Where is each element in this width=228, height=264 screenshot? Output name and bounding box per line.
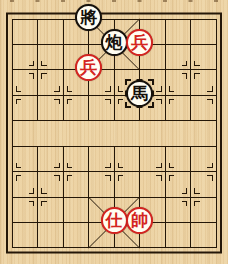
xiangqi-board[interactable]: 將炮兵兵馬仕帥 xyxy=(0,0,228,264)
piece-black-horse[interactable]: 馬 xyxy=(126,80,153,107)
piece-black-general[interactable]: 將 xyxy=(75,4,102,31)
piece-red-soldier[interactable]: 兵 xyxy=(126,29,153,56)
piece-black-cannon[interactable]: 炮 xyxy=(101,29,128,56)
piece-red-general[interactable]: 帥 xyxy=(126,207,153,234)
piece-red-advisor[interactable]: 仕 xyxy=(101,207,128,234)
